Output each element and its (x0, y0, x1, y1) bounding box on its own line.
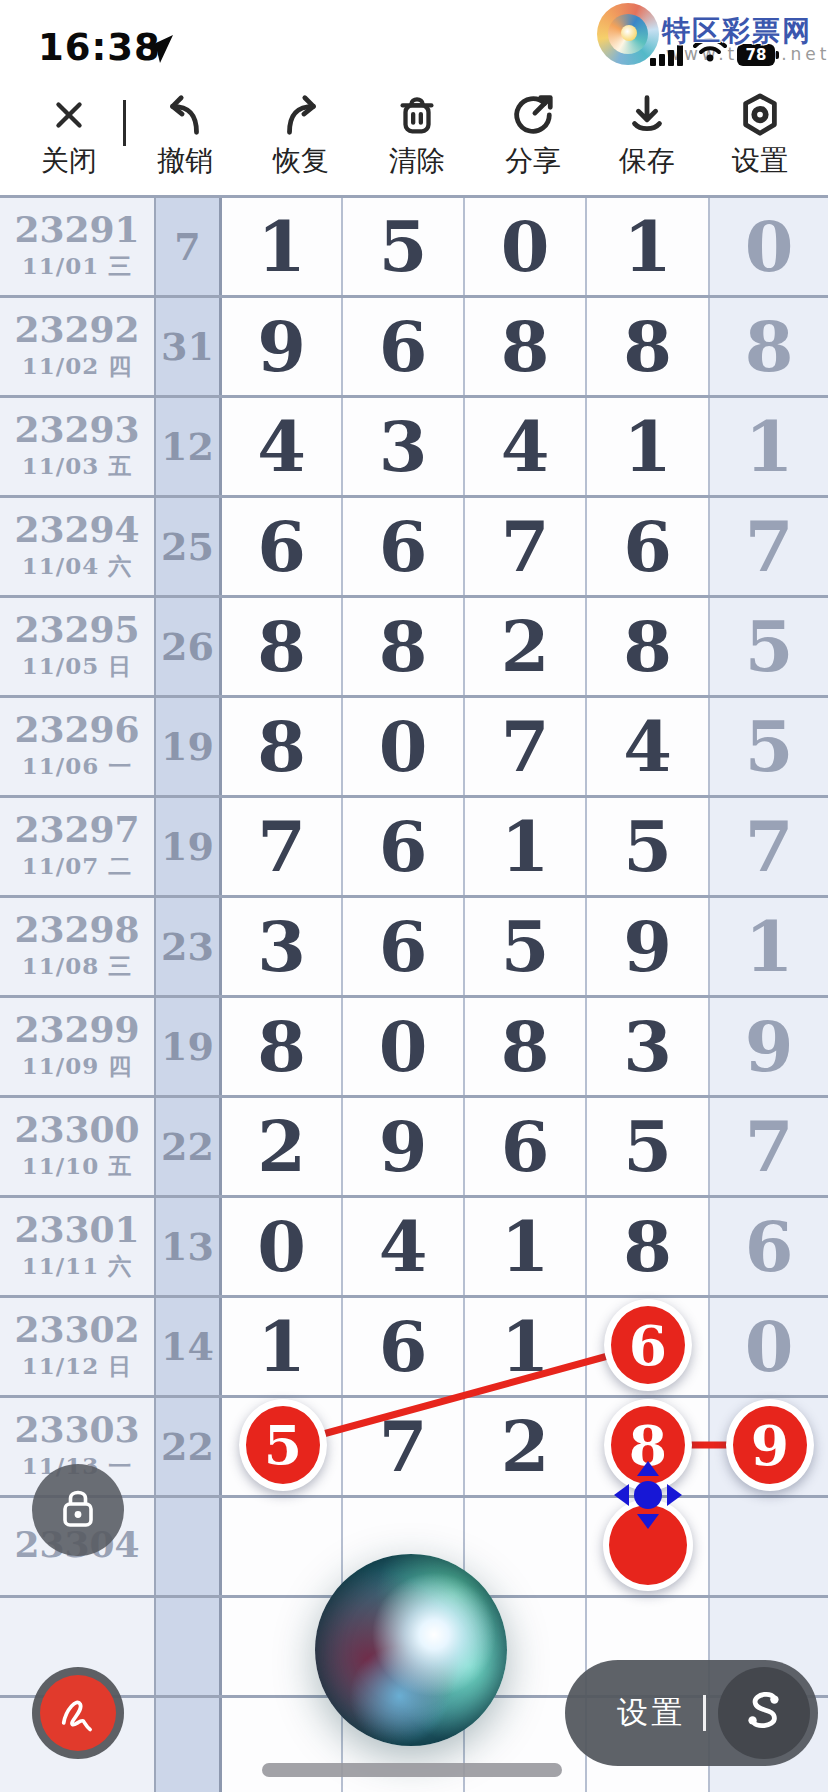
period-cell: 2329911/09 四 (0, 998, 156, 1095)
digit-cell[interactable]: 3 (222, 898, 343, 995)
draw-date: 11/02 四 (22, 351, 132, 382)
clear-button[interactable]: 清除 (361, 92, 473, 180)
digit-cell[interactable]: 9 (710, 998, 828, 1095)
digit-cell[interactable]: 0 (465, 198, 587, 295)
save-button[interactable]: 保存 (591, 92, 703, 180)
redo-icon (245, 92, 357, 138)
toolbar-separator (123, 100, 126, 146)
pill-divider (703, 1695, 706, 1731)
table-row: 2329311/03 五1243411 (0, 398, 828, 498)
period-number: 23292 (14, 311, 139, 349)
digit-cell[interactable]: 4 (587, 698, 710, 795)
lock-button[interactable] (32, 1464, 124, 1556)
digit-cell[interactable] (222, 1698, 343, 1792)
siri-orb (315, 1554, 507, 1746)
settings-pill-label[interactable]: 设置 (617, 1692, 685, 1734)
period-number: 23294 (14, 511, 139, 549)
count-cell: 19 (156, 698, 222, 795)
period-cell: 2329611/06 一 (0, 698, 156, 795)
draw-date: 11/01 三 (22, 251, 132, 282)
period-cell: 2330111/11 六 (0, 1198, 156, 1295)
period-cell: 2330211/12 日 (0, 1298, 156, 1395)
digit-cell[interactable]: 5 (465, 898, 587, 995)
draw-date: 11/05 日 (22, 651, 132, 682)
digit-cell[interactable]: 8 (710, 298, 828, 395)
share-button[interactable]: 分享 (477, 92, 589, 180)
digit-cell[interactable]: 6 (343, 1298, 465, 1395)
share-icon (477, 92, 589, 138)
digit-cell[interactable]: 1 (222, 1298, 343, 1395)
red-circle-annotation[interactable]: 9 (726, 1399, 814, 1491)
digit-cell[interactable]: 7 (343, 1398, 465, 1495)
digit-cell[interactable]: 0 (343, 998, 465, 1095)
digit-cell[interactable]: 7 (222, 798, 343, 895)
draw-date: 11/11 六 (22, 1251, 132, 1282)
digit-cell[interactable]: 9 (222, 298, 343, 395)
count-cell: 31 (156, 298, 222, 395)
digit-cell[interactable]: 8 (465, 298, 587, 395)
red-circle-annotation[interactable]: 5 (239, 1399, 327, 1491)
period-number: 23293 (14, 411, 139, 449)
s-tool-button[interactable] (718, 1667, 810, 1759)
digit-cell[interactable]: 5 (710, 698, 828, 795)
period-cell: 2329411/04 六 (0, 498, 156, 595)
digit-cell[interactable]: 1 (465, 1298, 587, 1395)
digit-cell[interactable]: 0 (222, 1198, 343, 1295)
digit-cell[interactable]: 1 (222, 198, 343, 295)
digit-cell[interactable]: 3 (343, 398, 465, 495)
count-cell: 23 (156, 898, 222, 995)
digit-cell[interactable]: 5 (343, 198, 465, 295)
count-cell: 22 (156, 1098, 222, 1195)
digit-cell[interactable]: 6 (343, 798, 465, 895)
app-screen: 16:38 78 特区彩票网 www.tqcp.net 关闭 撤销 (0, 0, 828, 1792)
draw-date: 11/03 五 (22, 451, 132, 482)
digit-cell[interactable]: 8 (222, 698, 343, 795)
draw-date: 11/12 日 (22, 1351, 132, 1382)
download-save-icon (591, 92, 703, 138)
count-cell (156, 1598, 222, 1695)
draw-date: 11/10 五 (22, 1151, 132, 1182)
digit-cell[interactable]: 0 (710, 198, 828, 295)
count-cell: 26 (156, 598, 222, 695)
trend-grid: 2329111/01 三7150102329211/02 四3196888232… (0, 195, 828, 1792)
draw-date: 11/08 三 (22, 951, 132, 982)
digit-cell[interactable] (465, 1498, 587, 1595)
digit-cell[interactable] (710, 1498, 828, 1595)
digit-cell[interactable]: 7 (465, 498, 587, 595)
digit-cell[interactable]: 2 (465, 1398, 587, 1495)
digit-cell[interactable]: 8 (587, 298, 710, 395)
period-cell: 2329311/03 五 (0, 398, 156, 495)
red-circle-annotation[interactable]: 6 (604, 1299, 692, 1391)
digit-cell[interactable]: 7 (710, 1098, 828, 1195)
table-row: 2330011/10 五2229657 (0, 1098, 828, 1198)
period-number: 23300 (14, 1111, 139, 1149)
redo-button[interactable]: 恢复 (245, 92, 357, 180)
period-number: 23301 (14, 1211, 139, 1249)
watermark-site-name: 特区彩票网 (662, 12, 812, 50)
digit-cell[interactable]: 8 (465, 998, 587, 1095)
digit-cell[interactable]: 1 (465, 798, 587, 895)
trash-icon (361, 92, 473, 138)
table-row: 2329911/09 四1980839 (0, 998, 828, 1098)
period-number: 23295 (14, 611, 139, 649)
digit-cell[interactable]: 8 (343, 598, 465, 695)
digit-cell[interactable]: 7 (710, 798, 828, 895)
signature-tool-button[interactable] (32, 1667, 124, 1759)
table-row: 2329111/01 三715010 (0, 198, 828, 298)
period-number: 23296 (14, 711, 139, 749)
count-cell: 12 (156, 398, 222, 495)
digit-cell[interactable]: 6 (343, 298, 465, 395)
table-row: 2329511/05 日2688285 (0, 598, 828, 698)
count-cell: 13 (156, 1198, 222, 1295)
count-cell: 19 (156, 798, 222, 895)
lock-icon (54, 1484, 102, 1536)
count-cell (156, 1698, 222, 1792)
digit-cell[interactable]: 6 (222, 498, 343, 595)
digit-cell[interactable] (222, 1498, 343, 1595)
period-cell: 2330011/10 五 (0, 1098, 156, 1195)
digit-cell[interactable]: 1 (710, 898, 828, 995)
table-row: 2329411/04 六2566767 (0, 498, 828, 598)
digit-cell[interactable]: 1 (587, 398, 710, 495)
digit-cell[interactable]: 2 (222, 1098, 343, 1195)
digit-cell[interactable]: 7 (465, 698, 587, 795)
digit-cell[interactable]: 8 (222, 598, 343, 695)
settings-nut-icon (704, 92, 816, 138)
draw-date: 11/04 六 (22, 551, 132, 582)
digit-cell[interactable]: 6 (343, 898, 465, 995)
period-number: 23298 (14, 911, 139, 949)
period-cell: 2329711/07 二 (0, 798, 156, 895)
digit-cell[interactable]: 9 (343, 1098, 465, 1195)
period-number: 23299 (14, 1011, 139, 1049)
digit-cell[interactable]: 1 (587, 198, 710, 295)
period-cell: 2329811/08 三 (0, 898, 156, 995)
undo-button[interactable]: 撤销 (129, 92, 241, 180)
digit-cell[interactable]: 4 (343, 1198, 465, 1295)
s-stroke-icon (739, 1686, 789, 1740)
table-row: 2329711/07 二1976157 (0, 798, 828, 898)
table-row: 2329611/06 一1980745 (0, 698, 828, 798)
close-button[interactable]: 关闭 (13, 92, 125, 180)
count-cell: 19 (156, 998, 222, 1095)
digit-cell[interactable]: 6 (465, 1098, 587, 1195)
digit-cell[interactable]: 7 (710, 498, 828, 595)
digit-cell[interactable]: 9 (587, 898, 710, 995)
count-cell: 7 (156, 198, 222, 295)
digit-cell[interactable]: 6 (343, 498, 465, 595)
digit-cell[interactable]: 8 (222, 998, 343, 1095)
table-row: 2329211/02 四3196888 (0, 298, 828, 398)
digit-cell[interactable]: 4 (465, 398, 587, 495)
table-row: 2330111/11 六1304186 (0, 1198, 828, 1298)
count-cell: 14 (156, 1298, 222, 1395)
digit-cell[interactable]: 6 (710, 1198, 828, 1295)
period-cell: 2329111/01 三 (0, 198, 156, 295)
annotation-toolbar: 关闭 撤销 恢复 清除 分享 保存 (0, 90, 828, 195)
draw-date: 11/09 四 (22, 1051, 132, 1082)
digit-cell[interactable]: 3 (587, 998, 710, 1095)
digit-cell[interactable]: 0 (710, 1298, 828, 1395)
scribble-pen-icon (40, 1675, 116, 1751)
draw-date: 11/06 一 (22, 751, 132, 782)
digit-cell[interactable]: 6 (587, 498, 710, 595)
period-number: 23303 (14, 1411, 139, 1449)
digit-cell[interactable]: 1 (465, 1198, 587, 1295)
settings-pill[interactable]: 设置 (565, 1660, 818, 1766)
count-cell: 25 (156, 498, 222, 595)
period-number: 23302 (14, 1311, 139, 1349)
move-handle[interactable] (620, 1467, 676, 1523)
period-number: 23291 (14, 211, 139, 249)
table-row: 2329811/08 三2336591 (0, 898, 828, 998)
undo-icon (129, 92, 241, 138)
settings-button[interactable]: 设置 (704, 92, 816, 180)
digit-cell[interactable]: 5 (587, 798, 710, 895)
count-cell (156, 1498, 222, 1595)
horizontal-scroll-indicator[interactable] (262, 1763, 562, 1777)
digit-cell[interactable]: 5 (710, 598, 828, 695)
digit-cell[interactable]: 8 (587, 598, 710, 695)
digit-cell[interactable]: 1 (710, 398, 828, 495)
table-row: 2330311/13 一2257289 (0, 1398, 828, 1498)
period-number: 23297 (14, 811, 139, 849)
period-cell: 2329211/02 四 (0, 298, 156, 395)
table-row: 2330211/12 日1416160 (0, 1298, 828, 1398)
digit-cell[interactable]: 2 (465, 598, 587, 695)
period-cell: 2329511/05 日 (0, 598, 156, 695)
location-arrow-icon (142, 32, 176, 70)
draw-date: 11/07 二 (22, 851, 132, 882)
digit-cell[interactable]: 5 (587, 1098, 710, 1195)
digit-cell[interactable]: 4 (222, 398, 343, 495)
digit-cell[interactable]: 8 (587, 1198, 710, 1295)
digit-cell[interactable]: 0 (343, 698, 465, 795)
count-cell: 22 (156, 1398, 222, 1495)
close-icon (13, 92, 125, 138)
